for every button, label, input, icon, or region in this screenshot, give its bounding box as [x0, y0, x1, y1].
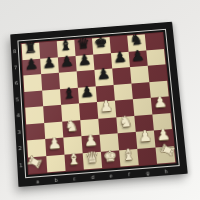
square-e4[interactable]: ♟ — [97, 101, 116, 119]
square-f6[interactable] — [112, 67, 131, 84]
square-e2[interactable] — [100, 133, 120, 151]
square-h6[interactable] — [148, 64, 167, 81]
photo-surface: ♜♝♛♚♞♟♟♟♟♟♟♟♝♟♟♟♞♞♟♟♟♟♜♝♛♚♝♜ abcdefgh 87… — [0, 0, 200, 200]
square-f4[interactable] — [115, 99, 134, 117]
chess-board[interactable]: ♜♝♛♚♞♟♟♟♟♟♟♟♝♟♟♟♞♞♟♟♟♟♜♝♛♚♝♜ abcdefgh 87… — [10, 22, 188, 187]
square-h2[interactable]: ♟ — [154, 129, 174, 147]
square-a4[interactable] — [25, 106, 44, 124]
rank-label-3: 3 — [16, 123, 22, 140]
square-f7[interactable]: ♟ — [111, 51, 130, 68]
square-b7[interactable]: ♟ — [40, 57, 59, 74]
piece-black-king: ♚ — [92, 34, 111, 51]
piece-black-queen: ♛ — [74, 36, 93, 53]
square-g4[interactable] — [133, 98, 152, 116]
file-label-b: b — [47, 176, 66, 184]
square-c3[interactable]: ♞ — [62, 120, 81, 138]
square-b6[interactable] — [41, 73, 60, 90]
rank-label-6: 6 — [13, 75, 19, 91]
rank-label-5: 5 — [14, 91, 20, 108]
file-label-c: c — [65, 175, 84, 183]
square-h4[interactable]: ♟ — [151, 96, 171, 114]
piece-black-knight: ♞ — [127, 31, 146, 48]
file-label-h: h — [156, 167, 175, 175]
square-b2[interactable]: ♟ — [45, 138, 64, 156]
square-g8[interactable]: ♞ — [127, 34, 146, 51]
square-d4[interactable] — [79, 102, 98, 120]
square-e8[interactable]: ♚ — [92, 37, 111, 54]
square-g5[interactable] — [131, 82, 150, 100]
file-label-a: a — [28, 178, 47, 186]
square-a3[interactable] — [26, 123, 45, 141]
square-b1[interactable] — [46, 154, 65, 172]
square-c4[interactable] — [61, 103, 80, 121]
square-e7[interactable] — [93, 53, 112, 70]
board-squares-grid: ♜♝♛♚♞♟♟♟♟♟♟♟♝♟♟♟♞♞♟♟♟♟♜♝♛♚♝♜ — [21, 32, 177, 175]
rank-label-2: 2 — [17, 140, 23, 157]
square-d7[interactable]: ♟ — [76, 54, 95, 71]
square-h8[interactable] — [145, 33, 164, 50]
rank-label-4: 4 — [15, 107, 21, 124]
square-f1[interactable]: ♝ — [119, 148, 139, 166]
square-c7[interactable]: ♟ — [58, 56, 77, 73]
square-c2[interactable] — [63, 136, 82, 154]
square-d3[interactable] — [80, 118, 99, 136]
square-f2[interactable] — [118, 132, 138, 150]
piece-black-rook: ♜ — [21, 40, 40, 57]
square-a1[interactable]: ♜ — [28, 156, 47, 174]
square-c8[interactable]: ♝ — [57, 40, 76, 57]
square-d5[interactable]: ♟ — [78, 86, 97, 104]
square-g6[interactable] — [130, 66, 149, 83]
piece-black-bishop: ♝ — [57, 37, 76, 54]
square-f3[interactable]: ♞ — [116, 115, 135, 133]
square-c5[interactable]: ♝ — [60, 87, 79, 105]
square-a7[interactable]: ♟ — [22, 58, 41, 75]
rank-label-8: 8 — [12, 43, 18, 59]
board-pinstripe-border: ♜♝♛♚♞♟♟♟♟♟♟♟♝♟♟♟♞♞♟♟♟♟♜♝♛♚♝♜ — [17, 29, 179, 178]
square-h5[interactable] — [149, 80, 168, 98]
square-g7[interactable]: ♟ — [129, 50, 148, 67]
square-e6[interactable]: ♟ — [94, 69, 113, 86]
square-e3[interactable] — [98, 117, 117, 135]
square-a2[interactable] — [27, 139, 46, 157]
square-d6[interactable] — [77, 70, 96, 87]
file-label-g: g — [138, 169, 157, 177]
square-b4[interactable] — [43, 105, 62, 123]
square-a8[interactable]: ♜ — [22, 43, 41, 60]
rank-label-1: 1 — [18, 156, 24, 173]
square-g1[interactable] — [137, 147, 157, 165]
square-d1[interactable]: ♛ — [83, 151, 103, 169]
square-b5[interactable] — [42, 89, 61, 107]
square-f5[interactable] — [114, 83, 133, 101]
file-label-e: e — [102, 172, 121, 180]
square-h1[interactable]: ♜ — [155, 146, 175, 164]
square-f8[interactable] — [110, 36, 129, 53]
square-e1[interactable]: ♚ — [101, 150, 121, 168]
square-c1[interactable]: ♝ — [64, 153, 83, 171]
file-label-f: f — [120, 170, 139, 178]
rank-label-7: 7 — [13, 59, 19, 75]
square-a6[interactable] — [23, 74, 42, 91]
square-b8[interactable] — [39, 41, 58, 58]
square-d8[interactable]: ♛ — [74, 38, 93, 55]
square-d2[interactable]: ♟ — [81, 135, 100, 153]
square-h7[interactable] — [146, 49, 165, 66]
square-a5[interactable] — [24, 90, 43, 108]
square-g2[interactable]: ♟ — [136, 130, 156, 148]
square-c6[interactable] — [59, 71, 78, 88]
square-b3[interactable] — [44, 121, 63, 139]
square-g3[interactable] — [134, 114, 154, 132]
square-h3[interactable] — [152, 113, 172, 131]
file-label-d: d — [83, 173, 102, 181]
square-e5[interactable] — [96, 84, 115, 102]
